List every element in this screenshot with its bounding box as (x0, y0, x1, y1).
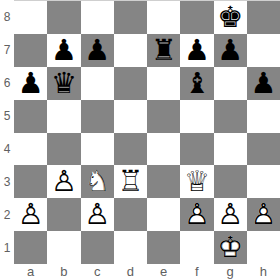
square-e2[interactable] (147, 198, 180, 231)
piece-outline: ♕ (184, 165, 210, 198)
square-b2[interactable] (47, 198, 80, 231)
square-a3[interactable] (14, 165, 47, 198)
chessboard: ♚♟♟♜♟♟♟♛♝♟♟♙♞♘♜♖♛♕♟♙♟♙♟♙♟♙♟♙♚♔ (14, 0, 280, 264)
piece-outline: ♙ (217, 198, 243, 231)
square-f8[interactable] (180, 1, 213, 34)
square-b6[interactable]: ♛ (47, 67, 80, 100)
square-f4[interactable] (180, 133, 213, 166)
square-b1[interactable] (47, 231, 80, 264)
square-f5[interactable] (180, 100, 213, 133)
square-h7[interactable] (247, 34, 280, 67)
square-e6[interactable] (147, 67, 180, 100)
rank-label-6: 6 (0, 66, 14, 99)
square-g3[interactable] (214, 165, 247, 198)
piece-black-rook: ♜ (151, 34, 177, 67)
file-labels: abcdefgh (14, 264, 280, 280)
square-g1[interactable]: ♚♔ (214, 231, 247, 264)
square-a2[interactable]: ♟♙ (14, 198, 47, 231)
piece-outline: ♙ (84, 198, 110, 231)
square-a1[interactable] (14, 231, 47, 264)
square-g2[interactable]: ♟♙ (214, 198, 247, 231)
square-b5[interactable] (47, 100, 80, 133)
rank-label-4: 4 (0, 132, 14, 165)
square-c4[interactable] (81, 133, 114, 166)
piece-white-pawn: ♟♙ (51, 165, 77, 198)
piece-black-pawn: ♟ (51, 34, 77, 67)
square-g7[interactable]: ♟ (214, 34, 247, 67)
piece-outline: ♖ (117, 165, 143, 198)
piece-white-knight: ♞♘ (84, 165, 110, 198)
rank-label-2: 2 (0, 198, 14, 231)
piece-white-pawn: ♟♙ (217, 198, 243, 231)
square-c2[interactable]: ♟♙ (81, 198, 114, 231)
square-d7[interactable] (114, 34, 147, 67)
square-d8[interactable] (114, 1, 147, 34)
piece-white-king: ♚♔ (217, 231, 243, 264)
square-h5[interactable] (247, 100, 280, 133)
square-e7[interactable]: ♜ (147, 34, 180, 67)
piece-outline: ♙ (184, 198, 210, 231)
square-e1[interactable] (147, 231, 180, 264)
square-b4[interactable] (47, 133, 80, 166)
piece-black-pawn: ♟ (217, 34, 243, 67)
piece-outline: ♙ (51, 165, 77, 198)
chess-diagram: 87654321 ♚♟♟♜♟♟♟♛♝♟♟♙♞♘♜♖♛♕♟♙♟♙♟♙♟♙♟♙♚♔ … (0, 0, 280, 280)
file-label-g: g (214, 264, 247, 280)
rank-label-3: 3 (0, 165, 14, 198)
square-h3[interactable] (247, 165, 280, 198)
file-label-f: f (180, 264, 213, 280)
square-h6[interactable]: ♟ (247, 67, 280, 100)
square-c7[interactable]: ♟ (81, 34, 114, 67)
square-d5[interactable] (114, 100, 147, 133)
square-a4[interactable] (14, 133, 47, 166)
file-label-e: e (147, 264, 180, 280)
file-label-d: d (114, 264, 147, 280)
square-g6[interactable] (214, 67, 247, 100)
square-e8[interactable] (147, 1, 180, 34)
square-h1[interactable] (247, 231, 280, 264)
piece-outline: ♙ (18, 198, 44, 231)
square-g4[interactable] (214, 133, 247, 166)
piece-outline: ♙ (250, 198, 276, 231)
piece-black-bishop: ♝ (184, 67, 210, 100)
piece-white-pawn: ♟♙ (18, 198, 44, 231)
piece-outline: ♘ (84, 165, 110, 198)
piece-white-pawn: ♟♙ (84, 198, 110, 231)
square-h2[interactable]: ♟♙ (247, 198, 280, 231)
square-f6[interactable]: ♝ (180, 67, 213, 100)
square-g8[interactable]: ♚ (214, 1, 247, 34)
piece-black-pawn: ♟ (184, 34, 210, 67)
square-e5[interactable] (147, 100, 180, 133)
piece-black-pawn: ♟ (18, 67, 44, 100)
square-d3[interactable]: ♜♖ (114, 165, 147, 198)
piece-black-pawn: ♟ (250, 67, 276, 100)
rank-label-5: 5 (0, 99, 14, 132)
square-e4[interactable] (147, 133, 180, 166)
piece-white-rook: ♜♖ (117, 165, 143, 198)
square-a8[interactable] (14, 1, 47, 34)
piece-white-pawn: ♟♙ (250, 198, 276, 231)
square-f1[interactable] (180, 231, 213, 264)
square-g5[interactable] (214, 100, 247, 133)
file-label-h: h (247, 264, 280, 280)
square-h4[interactable] (247, 133, 280, 166)
piece-white-queen: ♛♕ (184, 165, 210, 198)
square-a7[interactable] (14, 34, 47, 67)
square-a5[interactable] (14, 100, 47, 133)
square-b3[interactable]: ♟♙ (47, 165, 80, 198)
square-e3[interactable] (147, 165, 180, 198)
square-b8[interactable] (47, 1, 80, 34)
piece-black-queen: ♛ (51, 67, 77, 100)
square-b7[interactable]: ♟ (47, 34, 80, 67)
square-d1[interactable] (114, 231, 147, 264)
rank-label-7: 7 (0, 33, 14, 66)
piece-black-king: ♚ (217, 1, 243, 34)
piece-outline: ♔ (217, 231, 243, 264)
rank-labels: 87654321 (0, 0, 14, 264)
file-label-c: c (81, 264, 114, 280)
square-c8[interactable] (81, 1, 114, 34)
square-c3[interactable]: ♞♘ (81, 165, 114, 198)
rank-label-1: 1 (0, 231, 14, 264)
square-f3[interactable]: ♛♕ (180, 165, 213, 198)
square-d6[interactable] (114, 67, 147, 100)
square-c1[interactable] (81, 231, 114, 264)
square-f7[interactable]: ♟ (180, 34, 213, 67)
square-a6[interactable]: ♟ (14, 67, 47, 100)
square-d4[interactable] (114, 133, 147, 166)
square-f2[interactable]: ♟♙ (180, 198, 213, 231)
square-h8[interactable] (247, 1, 280, 34)
square-c5[interactable] (81, 100, 114, 133)
file-label-b: b (47, 264, 80, 280)
rank-label-8: 8 (0, 0, 14, 33)
file-label-a: a (14, 264, 47, 280)
square-d2[interactable] (114, 198, 147, 231)
piece-white-pawn: ♟♙ (184, 198, 210, 231)
square-c6[interactable] (81, 67, 114, 100)
piece-black-pawn: ♟ (84, 34, 110, 67)
